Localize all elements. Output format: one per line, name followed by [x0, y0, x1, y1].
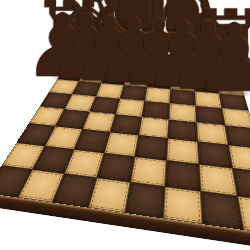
- chess-piece-pawn: ♟: [133, 11, 250, 105]
- chessboard: ♜♞♝♛●●●●●♚✚♝♞♜♟♟♟♟♟♟♟♟: [0, 58, 250, 236]
- square-g3: [198, 142, 233, 169]
- square-f2: [165, 160, 201, 191]
- chess-set-photo: ♜♞♝♛●●●●●♚✚♝♞♜♟♟♟♟♟♟♟♟: [0, 0, 250, 250]
- square-h7: ♟: [217, 81, 244, 96]
- board-perspective-wrapper: ♜♞♝♛●●●●●♚✚♝♞♜♟♟♟♟♟♟♟♟: [0, 0, 250, 250]
- square-d3: [104, 132, 139, 157]
- pawn-glyph: ♟: [192, 11, 250, 105]
- square-h3: [228, 145, 250, 172]
